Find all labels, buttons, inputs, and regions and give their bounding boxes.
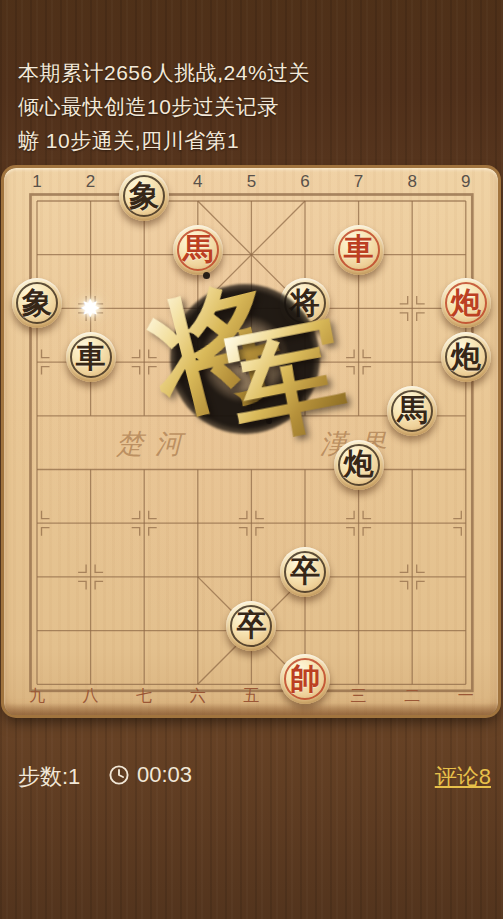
piece-glyph: 将 (280, 278, 330, 328)
timer-value: 00:03 (137, 762, 192, 788)
piece-red-車[interactable]: 車 (334, 225, 384, 275)
file-label-top-7: 7 (347, 172, 371, 192)
stats-line: 本期累计2656人挑战,24%过关 (18, 56, 310, 90)
file-label-top-2: 2 (79, 172, 103, 192)
piece-glyph: 象 (119, 171, 169, 221)
comments-link[interactable]: 评论8 (435, 762, 491, 792)
file-label-top-4: 4 (186, 172, 210, 192)
file-label-top-9: 9 (454, 172, 478, 192)
file-label-bottom-六: 六 (186, 686, 210, 707)
piece-glyph: 炮 (441, 332, 491, 382)
piece-glyph: 車 (66, 332, 116, 382)
piece-red-馬[interactable]: 馬 (173, 225, 223, 275)
file-label-top-1: 1 (25, 172, 49, 192)
piece-glyph: 馬 (173, 225, 223, 275)
app-screen: 本期累计2656人挑战,24%过关 倾心最快创造10步过关记录 蝣 10步通关,… (0, 0, 503, 919)
piece-black-象[interactable]: 象 (12, 278, 62, 328)
file-label-top-6: 6 (293, 172, 317, 192)
piece-glyph: 卒 (226, 601, 276, 651)
piece-glyph: 馬 (387, 386, 437, 436)
file-label-bottom-三: 三 (347, 686, 371, 707)
piece-glyph: 卒 (280, 547, 330, 597)
piece-glyph: 炮 (334, 440, 384, 490)
piece-black-卒[interactable]: 卒 (280, 547, 330, 597)
file-label-bottom-二: 二 (400, 686, 424, 707)
file-label-bottom-八: 八 (79, 686, 103, 707)
piece-glyph: 車 (334, 225, 384, 275)
piece-glyph: 帥 (280, 654, 330, 704)
file-label-bottom-五: 五 (239, 686, 263, 707)
record-line: 倾心最快创造10步过关记录 (18, 90, 310, 124)
file-label-top-5: 5 (239, 172, 263, 192)
timer: 00:03 (108, 762, 192, 788)
file-label-bottom-七: 七 (132, 686, 156, 707)
piece-black-馬[interactable]: 馬 (387, 386, 437, 436)
clock-icon (108, 764, 130, 786)
piece-glyph: 象 (12, 278, 62, 328)
rank-line: 蝣 10步通关,四川省第1 (18, 124, 310, 158)
piece-black-卒[interactable]: 卒 (226, 601, 276, 651)
challenge-info: 本期累计2656人挑战,24%过关 倾心最快创造10步过关记录 蝣 10步通关,… (18, 56, 310, 158)
piece-black-炮[interactable]: 炮 (441, 332, 491, 382)
piece-black-炮[interactable]: 炮 (334, 440, 384, 490)
xiangqi-board[interactable]: 123456789 九八七六五四三二一 楚河 漢界 象馬車象将炮車炮馬炮卒卒帥 … (4, 168, 498, 715)
status-bar: 步数:1 00:03 评论8 (0, 752, 503, 798)
file-label-bottom-一: 一 (454, 686, 478, 707)
file-label-top-8: 8 (400, 172, 424, 192)
piece-black-象[interactable]: 象 (119, 171, 169, 221)
move-highlight-sparkle: ✸ (73, 290, 109, 326)
piece-red-炮[interactable]: 炮 (441, 278, 491, 328)
piece-black-将[interactable]: 将 (280, 278, 330, 328)
piece-glyph: 炮 (441, 278, 491, 328)
file-label-bottom-九: 九 (25, 686, 49, 707)
piece-black-車[interactable]: 車 (66, 332, 116, 382)
piece-red-帥[interactable]: 帥 (280, 654, 330, 704)
move-counter: 步数:1 (18, 762, 80, 792)
